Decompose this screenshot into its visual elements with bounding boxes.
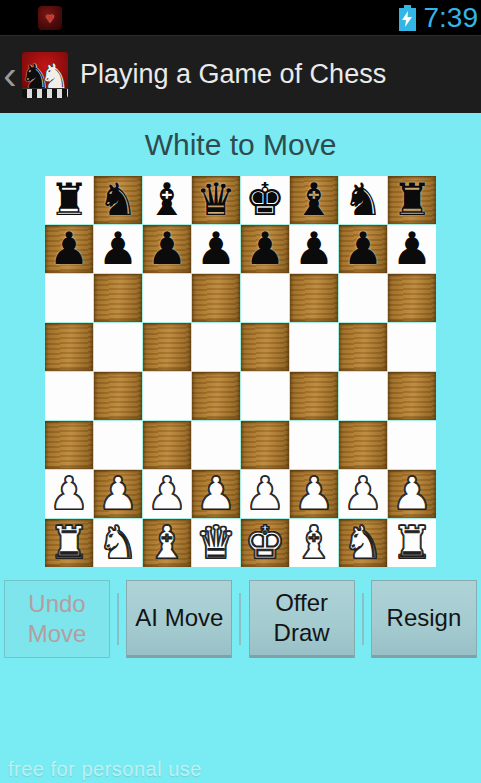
piece-black-rook[interactable]: ♜	[392, 176, 432, 224]
piece-black-pawn[interactable]: ♟	[98, 225, 138, 273]
square-e2[interactable]: ♟	[241, 470, 289, 518]
square-a6[interactable]	[45, 274, 93, 322]
square-f6[interactable]	[290, 274, 338, 322]
page-title: Playing a Game of Chess	[80, 59, 386, 90]
square-b4[interactable]	[94, 372, 142, 420]
square-b1[interactable]: ♞	[94, 519, 142, 567]
battery-charging-icon	[399, 5, 416, 31]
square-a5[interactable]	[45, 323, 93, 371]
square-h4[interactable]	[388, 372, 436, 420]
square-f7[interactable]: ♟	[290, 225, 338, 273]
action-bar: ‹ ♞ ♞ Playing a Game of Chess	[0, 35, 481, 113]
square-c4[interactable]	[143, 372, 191, 420]
piece-black-rook[interactable]: ♜	[49, 176, 89, 224]
piece-white-pawn[interactable]: ♟	[294, 470, 334, 518]
piece-black-pawn[interactable]: ♟	[343, 225, 383, 273]
square-f1[interactable]: ♝	[290, 519, 338, 567]
square-g2[interactable]: ♟	[339, 470, 387, 518]
piece-black-bishop[interactable]: ♝	[294, 176, 334, 224]
square-g7[interactable]: ♟	[339, 225, 387, 273]
square-h7[interactable]: ♟	[388, 225, 436, 273]
square-h2[interactable]: ♟	[388, 470, 436, 518]
square-a2[interactable]: ♟	[45, 470, 93, 518]
square-h3[interactable]	[388, 421, 436, 469]
square-e4[interactable]	[241, 372, 289, 420]
piece-black-pawn[interactable]: ♟	[294, 225, 334, 273]
piece-white-pawn[interactable]: ♟	[147, 470, 187, 518]
square-b5[interactable]	[94, 323, 142, 371]
turn-indicator: White to Move	[0, 128, 481, 162]
square-d3[interactable]	[192, 421, 240, 469]
square-h6[interactable]	[388, 274, 436, 322]
square-a1[interactable]: ♜	[45, 519, 93, 567]
piece-black-knight[interactable]: ♞	[98, 176, 138, 224]
piece-white-rook[interactable]: ♜	[49, 519, 89, 567]
square-h1[interactable]: ♜	[388, 519, 436, 567]
piece-black-pawn[interactable]: ♟	[49, 225, 89, 273]
square-d2[interactable]: ♟	[192, 470, 240, 518]
square-b6[interactable]	[94, 274, 142, 322]
square-d1[interactable]: ♛	[192, 519, 240, 567]
piece-white-bishop[interactable]: ♝	[147, 519, 187, 567]
piece-black-pawn[interactable]: ♟	[147, 225, 187, 273]
piece-black-bishop[interactable]: ♝	[147, 176, 187, 224]
square-c8[interactable]: ♝	[143, 176, 191, 224]
square-d6[interactable]	[192, 274, 240, 322]
button-divider	[362, 593, 364, 645]
back-chevron-icon[interactable]: ‹	[2, 38, 18, 112]
piece-white-bishop[interactable]: ♝	[294, 519, 334, 567]
square-e5[interactable]	[241, 323, 289, 371]
square-f2[interactable]: ♟	[290, 470, 338, 518]
ai-move-button[interactable]: AI Move	[126, 580, 232, 658]
button-divider	[117, 593, 119, 645]
resign-button[interactable]: Resign	[371, 580, 477, 658]
square-e6[interactable]	[241, 274, 289, 322]
chess-board[interactable]: ♜♞♝♛♚♝♞♜♟♟♟♟♟♟♟♟♟♟♟♟♟♟♟♟♜♞♝♛♚♝♞♜	[45, 176, 436, 567]
piece-black-knight[interactable]: ♞	[343, 176, 383, 224]
square-b8[interactable]: ♞	[94, 176, 142, 224]
square-c5[interactable]	[143, 323, 191, 371]
square-a3[interactable]	[45, 421, 93, 469]
offer-draw-button[interactable]: Offer Draw	[249, 580, 355, 658]
square-d5[interactable]	[192, 323, 240, 371]
checkerboard-base	[22, 88, 68, 98]
square-e3[interactable]	[241, 421, 289, 469]
square-h5[interactable]	[388, 323, 436, 371]
watermark-text: free for personal use	[8, 758, 202, 781]
square-a7[interactable]: ♟	[45, 225, 93, 273]
square-b2[interactable]: ♟	[94, 470, 142, 518]
square-g5[interactable]	[339, 323, 387, 371]
square-g6[interactable]	[339, 274, 387, 322]
piece-white-queen[interactable]: ♛	[196, 519, 236, 567]
piece-white-pawn[interactable]: ♟	[392, 470, 432, 518]
piece-white-knight[interactable]: ♞	[98, 519, 138, 567]
control-button-row: Undo Move AI Move Offer Draw Resign	[0, 580, 481, 658]
undo-move-button[interactable]: Undo Move	[4, 580, 110, 658]
notification-icon: ♥	[38, 6, 62, 30]
square-f4[interactable]	[290, 372, 338, 420]
square-e8[interactable]: ♚	[241, 176, 289, 224]
status-bar-clock: 7:39	[424, 0, 479, 35]
piece-white-pawn[interactable]: ♟	[49, 470, 89, 518]
square-g3[interactable]	[339, 421, 387, 469]
piece-black-pawn[interactable]: ♟	[392, 225, 432, 273]
app-logo-two-knights-icon[interactable]: ♞ ♞	[22, 52, 68, 98]
piece-white-knight[interactable]: ♞	[343, 519, 383, 567]
app-screen: ♥ 7:39 ‹ ♞ ♞ Playing a Game of Chess Whi…	[0, 0, 481, 783]
piece-white-pawn[interactable]: ♟	[343, 470, 383, 518]
square-f8[interactable]: ♝	[290, 176, 338, 224]
square-d7[interactable]: ♟	[192, 225, 240, 273]
square-c3[interactable]	[143, 421, 191, 469]
square-c6[interactable]	[143, 274, 191, 322]
square-h8[interactable]: ♜	[388, 176, 436, 224]
square-a8[interactable]: ♜	[45, 176, 93, 224]
square-f3[interactable]	[290, 421, 338, 469]
square-e7[interactable]: ♟	[241, 225, 289, 273]
square-b3[interactable]	[94, 421, 142, 469]
square-d4[interactable]	[192, 372, 240, 420]
square-c2[interactable]: ♟	[143, 470, 191, 518]
piece-black-king[interactable]: ♚	[245, 176, 285, 224]
square-g8[interactable]: ♞	[339, 176, 387, 224]
square-a4[interactable]	[45, 372, 93, 420]
square-b7[interactable]: ♟	[94, 225, 142, 273]
square-g1[interactable]: ♞	[339, 519, 387, 567]
square-c1[interactable]: ♝	[143, 519, 191, 567]
piece-black-pawn[interactable]: ♟	[196, 225, 236, 273]
status-bar: ♥ 7:39	[0, 0, 481, 35]
piece-white-pawn[interactable]: ♟	[196, 470, 236, 518]
square-e1[interactable]: ♚	[241, 519, 289, 567]
piece-white-pawn[interactable]: ♟	[98, 470, 138, 518]
square-g4[interactable]	[339, 372, 387, 420]
piece-white-pawn[interactable]: ♟	[245, 470, 285, 518]
square-f5[interactable]	[290, 323, 338, 371]
square-d8[interactable]: ♛	[192, 176, 240, 224]
piece-black-pawn[interactable]: ♟	[245, 225, 285, 273]
piece-white-king[interactable]: ♚	[245, 519, 285, 567]
button-divider	[239, 593, 241, 645]
piece-black-queen[interactable]: ♛	[196, 176, 236, 224]
piece-white-rook[interactable]: ♜	[392, 519, 432, 567]
square-c7[interactable]: ♟	[143, 225, 191, 273]
